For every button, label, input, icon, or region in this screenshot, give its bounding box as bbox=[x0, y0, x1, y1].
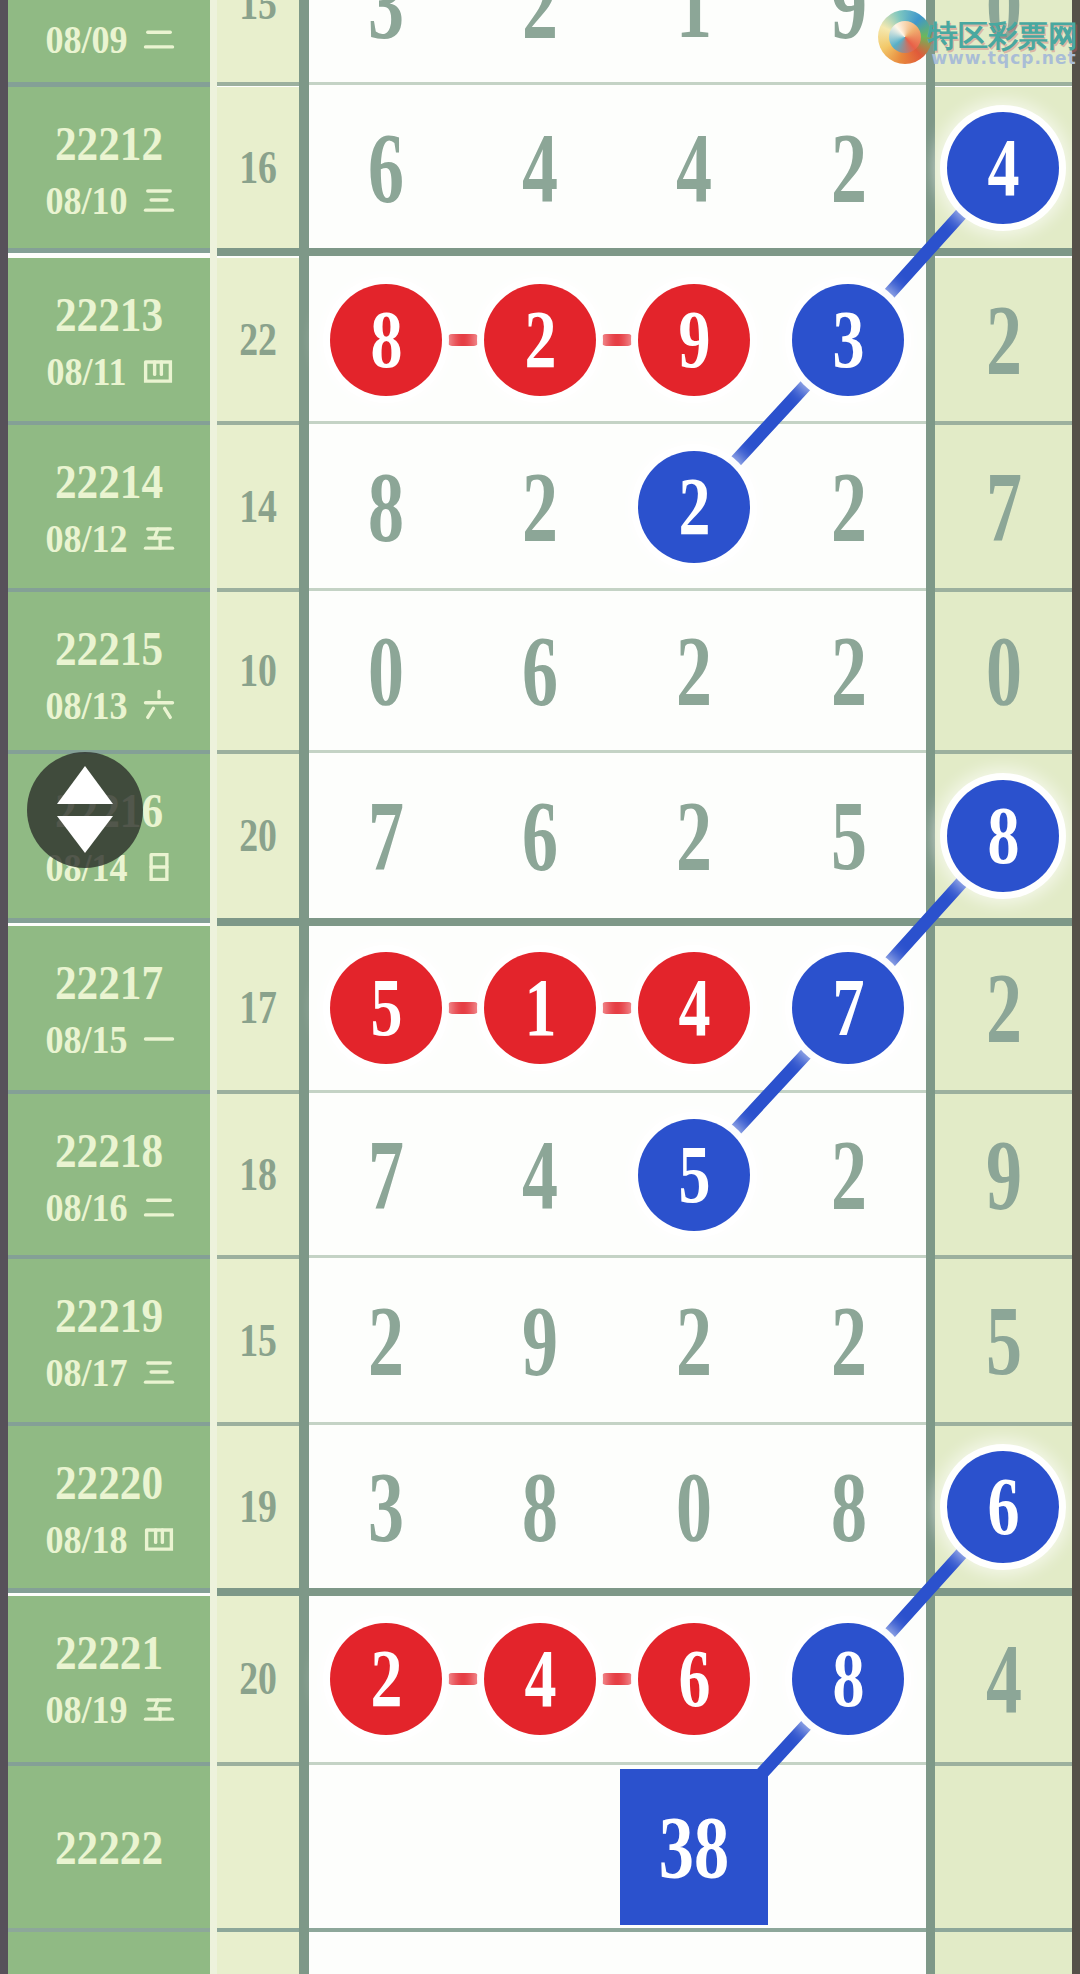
table-border-left bbox=[299, 0, 309, 1974]
brand-logo-swirl-icon bbox=[878, 10, 932, 64]
draw-number: 22219 bbox=[8, 1289, 210, 1341]
number-cell bbox=[463, 1932, 619, 1974]
sum-cell: 17 bbox=[217, 926, 299, 1090]
site-watermark: 特区彩票网 www.tqcp.net bbox=[870, 4, 1080, 74]
blue-circle: 8 bbox=[947, 780, 1059, 892]
draw-number: 22213 bbox=[8, 288, 210, 340]
number-cell: 3 bbox=[309, 0, 465, 82]
draw-number-text: 22220 bbox=[55, 1455, 163, 1510]
weekday-glyph-icon bbox=[141, 687, 177, 723]
draw-date-cell: 2221208/10 bbox=[8, 87, 210, 248]
red-circle: 5 bbox=[330, 952, 442, 1064]
draw-date: 08/19 bbox=[8, 1686, 210, 1732]
right-digit: 4 bbox=[986, 1629, 1022, 1729]
number-cell: 2 bbox=[617, 1259, 773, 1422]
number-cell: 4 bbox=[463, 87, 619, 248]
draw-date-text: 08/12 bbox=[45, 515, 127, 562]
cell-digit: 6 bbox=[522, 621, 558, 721]
sum-cell: 18 bbox=[217, 1094, 299, 1255]
circled-digit: 4 bbox=[678, 967, 710, 1049]
number-cell: 2 bbox=[463, 0, 619, 82]
right-value-cell: 0 bbox=[935, 592, 1072, 750]
cell-digit: 9 bbox=[831, 0, 867, 54]
number-cell bbox=[309, 1766, 465, 1928]
draw-number: 22222 bbox=[8, 1766, 210, 1928]
draw-date: 08/12 bbox=[8, 515, 210, 561]
sum-cell: 10 bbox=[217, 592, 299, 750]
draw-date-text: 08/15 bbox=[45, 1016, 127, 1063]
blue-circle: 2 bbox=[638, 451, 750, 563]
brand-url: www.tqcp.net bbox=[928, 48, 1080, 68]
right-value-cell: 2 bbox=[935, 258, 1072, 421]
row-border bbox=[309, 421, 926, 424]
number-cell bbox=[309, 1932, 465, 1974]
red-circle: 6 bbox=[638, 1623, 750, 1735]
cell-digit: 7 bbox=[368, 1125, 404, 1225]
group-border bbox=[217, 248, 1072, 256]
draw-number: 22214 bbox=[8, 455, 210, 507]
sum-value: 15 bbox=[239, 1318, 277, 1364]
weekday-glyph-icon bbox=[141, 21, 177, 57]
draw-number: 22218 bbox=[8, 1124, 210, 1176]
draw-date-text: 08/13 bbox=[45, 682, 127, 729]
sum-cell bbox=[217, 1766, 299, 1928]
draw-date-text: 08/11 bbox=[46, 348, 126, 395]
sum-value: 22 bbox=[239, 317, 277, 363]
right-value-cell: 7 bbox=[935, 425, 1072, 588]
up-down-arrows-icon bbox=[27, 752, 143, 868]
circled-digit: 4 bbox=[524, 1638, 556, 1720]
cell-digit: 8 bbox=[831, 1457, 867, 1557]
draw-number-text: 22212 bbox=[55, 116, 163, 171]
right-value-cell: 4 bbox=[935, 1596, 1072, 1762]
sum-cell: 22 bbox=[217, 258, 299, 421]
sum-cell: 15 bbox=[217, 0, 299, 82]
lottery-trend-chart: 08/0915321902221208/101664422221308/1122… bbox=[0, 0, 1080, 1974]
row-border bbox=[309, 1255, 926, 1258]
cell-digit: 3 bbox=[368, 0, 404, 54]
blue-circle: 5 bbox=[638, 1119, 750, 1231]
weekday-glyph-icon bbox=[141, 1521, 177, 1557]
number-cell: 7 bbox=[309, 1094, 465, 1255]
screen-edge-left bbox=[0, 0, 8, 1974]
row-border bbox=[309, 1090, 926, 1093]
circled-digit: 7 bbox=[832, 967, 864, 1049]
sum-cell: 19 bbox=[217, 1426, 299, 1588]
cell-digit: 0 bbox=[368, 621, 404, 721]
circled-digit: 6 bbox=[678, 1638, 710, 1720]
right-value-cell: 2 bbox=[935, 926, 1072, 1090]
number-cell: 7 bbox=[309, 754, 465, 918]
cell-digit: 2 bbox=[831, 118, 867, 218]
sum-value: 14 bbox=[239, 484, 277, 530]
draw-date: 08/15 bbox=[8, 1016, 210, 1062]
draw-date: 08/09 bbox=[8, 16, 210, 62]
right-value-cell: 9 bbox=[935, 1094, 1072, 1255]
cell-digit: 2 bbox=[831, 621, 867, 721]
row-border bbox=[309, 82, 926, 85]
red-circle: 8 bbox=[330, 284, 442, 396]
blue-circle: 6 bbox=[947, 1451, 1059, 1563]
draw-date-text: 08/19 bbox=[45, 1686, 127, 1733]
right-digit: 2 bbox=[986, 290, 1022, 390]
number-cell: 4 bbox=[617, 87, 773, 248]
red-circle: 9 bbox=[638, 284, 750, 396]
right-value-cell bbox=[935, 1766, 1072, 1928]
circled-digit: 2 bbox=[370, 1638, 402, 1720]
draw-date-text: 08/16 bbox=[45, 1184, 127, 1231]
weekday-glyph-icon bbox=[141, 1021, 177, 1057]
circled-digit: 4 bbox=[987, 127, 1019, 209]
draw-date: 08/10 bbox=[8, 177, 210, 223]
right-value-cell: 5 bbox=[935, 1259, 1072, 1422]
right-digit: 5 bbox=[986, 1291, 1022, 1391]
cell-digit: 2 bbox=[522, 457, 558, 557]
cell-digit: 2 bbox=[831, 457, 867, 557]
number-cell: 3 bbox=[309, 1426, 465, 1588]
draw-date: 08/13 bbox=[8, 682, 210, 728]
weekday-glyph-icon bbox=[141, 1691, 177, 1727]
red-dash bbox=[447, 1002, 479, 1014]
draw-date: 08/18 bbox=[8, 1516, 210, 1562]
draw-number-text: 22215 bbox=[55, 621, 163, 676]
number-cell: 4 bbox=[463, 1094, 619, 1255]
draw-date-cell: 2221708/15 bbox=[8, 926, 210, 1090]
sum-value: 10 bbox=[239, 648, 277, 694]
red-circle: 2 bbox=[330, 1623, 442, 1735]
sum-cell bbox=[217, 1932, 299, 1974]
draw-number-text: 22222 bbox=[55, 1820, 163, 1875]
number-cell: 6 bbox=[463, 754, 619, 918]
cell-digit: 4 bbox=[522, 1125, 558, 1225]
number-cell: 8 bbox=[309, 425, 465, 588]
draw-date: 08/17 bbox=[8, 1349, 210, 1395]
number-cell: 6 bbox=[463, 592, 619, 750]
cell-digit: 3 bbox=[368, 1457, 404, 1557]
draw-number-text: 22218 bbox=[55, 1123, 163, 1178]
circled-digit: 8 bbox=[832, 1638, 864, 1720]
draw-number-text: 22221 bbox=[55, 1625, 163, 1680]
cell-digit: 2 bbox=[676, 786, 712, 886]
sum-cell: 16 bbox=[217, 87, 299, 248]
draw-date-text: 08/10 bbox=[45, 177, 127, 224]
number-cell: 2 bbox=[771, 87, 926, 248]
draw-date-cell: 08/09 bbox=[8, 0, 210, 82]
circled-digit: 2 bbox=[678, 466, 710, 548]
number-cell: 2 bbox=[617, 754, 773, 918]
circled-digit: 8 bbox=[987, 795, 1019, 877]
draw-date-cell: 2221308/11 bbox=[8, 258, 210, 421]
number-cell: 0 bbox=[617, 1426, 773, 1588]
cell-digit: 2 bbox=[831, 1291, 867, 1391]
right-digit: 7 bbox=[986, 457, 1022, 557]
circled-digit: 2 bbox=[524, 299, 556, 381]
number-cell: 0 bbox=[309, 592, 465, 750]
red-circle: 1 bbox=[484, 952, 596, 1064]
number-cell bbox=[771, 1932, 926, 1974]
draw-number-text: 22214 bbox=[55, 454, 163, 509]
cell-digit: 6 bbox=[522, 786, 558, 886]
blue-circle: 3 bbox=[792, 284, 904, 396]
cell-digit: 8 bbox=[368, 457, 404, 557]
draw-date-text: 08/09 bbox=[45, 16, 127, 63]
next-draw-mark-value: 38 bbox=[659, 1797, 729, 1898]
draw-date-cell: 22222 bbox=[8, 1766, 210, 1928]
next-draw-mark: 38 bbox=[620, 1769, 768, 1925]
red-circle: 4 bbox=[638, 952, 750, 1064]
sum-cell: 14 bbox=[217, 425, 299, 588]
cell-digit: 8 bbox=[522, 1457, 558, 1557]
number-cell: 1 bbox=[617, 0, 773, 82]
number-cell: 2 bbox=[771, 1259, 926, 1422]
draw-date: 08/11 bbox=[8, 348, 210, 394]
group-border bbox=[217, 918, 1072, 926]
draw-date-cell: 2221908/17 bbox=[8, 1259, 210, 1422]
cell-digit: 5 bbox=[831, 786, 867, 886]
sum-cell: 20 bbox=[217, 1596, 299, 1762]
screen-edge-right bbox=[1072, 0, 1080, 1974]
sum-value: 17 bbox=[239, 985, 277, 1031]
row-border bbox=[309, 588, 926, 591]
draw-date-cell: 2221508/13 bbox=[8, 592, 210, 750]
draw-date-text: 08/17 bbox=[45, 1349, 127, 1396]
number-cell: 8 bbox=[771, 1426, 926, 1588]
sum-value: 18 bbox=[239, 1152, 277, 1198]
row-border bbox=[217, 82, 299, 86]
draw-number: 22212 bbox=[8, 117, 210, 169]
draw-date-cell: 2222108/19 bbox=[8, 1596, 210, 1762]
red-dash bbox=[601, 334, 633, 346]
draw-date-text: 08/18 bbox=[45, 1516, 127, 1563]
number-cell: 5 bbox=[771, 754, 926, 918]
sum-value: 20 bbox=[239, 813, 277, 859]
number-cell: 2 bbox=[771, 425, 926, 588]
draw-date-cell: 2221808/16 bbox=[8, 1094, 210, 1255]
cell-digit: 4 bbox=[522, 118, 558, 218]
weekday-glyph-icon bbox=[141, 849, 177, 885]
blue-circle: 8 bbox=[792, 1623, 904, 1735]
row-border bbox=[309, 750, 926, 753]
row-border bbox=[8, 918, 210, 923]
draw-date-cell: 2221408/12 bbox=[8, 425, 210, 588]
sum-value: 15 bbox=[239, 0, 277, 27]
draw-date-cell: 2222008/18 bbox=[8, 1426, 210, 1588]
number-cell bbox=[463, 1766, 619, 1928]
circled-digit: 1 bbox=[524, 967, 556, 1049]
draw-number: 22220 bbox=[8, 1456, 210, 1508]
draw-number-text: 22213 bbox=[55, 287, 163, 342]
red-circle: 4 bbox=[484, 1623, 596, 1735]
red-dash bbox=[601, 1002, 633, 1014]
red-dash bbox=[447, 334, 479, 346]
row-border bbox=[309, 1422, 926, 1425]
red-dash bbox=[447, 1673, 479, 1685]
weekday-glyph-icon bbox=[141, 1189, 177, 1225]
group-border bbox=[217, 1588, 1072, 1596]
circled-digit: 8 bbox=[370, 299, 402, 381]
number-cell: 2 bbox=[309, 1259, 465, 1422]
row-border bbox=[8, 1588, 210, 1593]
red-circle: 2 bbox=[484, 284, 596, 396]
number-cell bbox=[617, 1932, 773, 1974]
blue-circle: 4 bbox=[947, 112, 1059, 224]
draw-date-cell bbox=[8, 1932, 210, 1974]
number-cell bbox=[771, 1766, 926, 1928]
cell-digit: 1 bbox=[676, 0, 712, 54]
weekday-glyph-icon bbox=[141, 1354, 177, 1390]
weekday-glyph-icon bbox=[140, 353, 176, 389]
cell-digit: 9 bbox=[522, 1291, 558, 1391]
cell-digit: 7 bbox=[368, 786, 404, 886]
cell-digit: 2 bbox=[676, 1291, 712, 1391]
sum-value: 16 bbox=[239, 145, 277, 191]
weekday-glyph-icon bbox=[141, 520, 177, 556]
right-digit: 2 bbox=[986, 958, 1022, 1058]
row-border bbox=[935, 82, 1072, 86]
draw-date: 08/16 bbox=[8, 1184, 210, 1230]
red-dash bbox=[601, 1673, 633, 1685]
number-cell: 8 bbox=[463, 1426, 619, 1588]
number-cell: 2 bbox=[771, 592, 926, 750]
circled-digit: 9 bbox=[678, 299, 710, 381]
number-cell: 2 bbox=[463, 425, 619, 588]
scroll-toggle-button[interactable] bbox=[27, 752, 143, 868]
draw-number: 22217 bbox=[8, 956, 210, 1008]
table-border-right bbox=[926, 0, 935, 1974]
right-digit: 9 bbox=[986, 1125, 1022, 1225]
cell-digit: 0 bbox=[676, 1457, 712, 1557]
draw-number: 22215 bbox=[8, 622, 210, 674]
column-gap-strip bbox=[210, 0, 217, 1974]
cell-digit: 2 bbox=[368, 1291, 404, 1391]
weekday-glyph-icon bbox=[141, 182, 177, 218]
sum-value: 20 bbox=[239, 1656, 277, 1702]
draw-number: 22221 bbox=[8, 1626, 210, 1678]
draw-number-text: 22219 bbox=[55, 1288, 163, 1343]
cell-digit: 2 bbox=[676, 621, 712, 721]
sum-cell: 20 bbox=[217, 754, 299, 918]
circled-digit: 5 bbox=[370, 967, 402, 1049]
number-cell: 2 bbox=[617, 592, 773, 750]
sum-cell: 15 bbox=[217, 1259, 299, 1422]
circled-digit: 3 bbox=[832, 299, 864, 381]
number-cell: 2 bbox=[771, 1094, 926, 1255]
row-border bbox=[309, 1762, 926, 1765]
number-cell: 6 bbox=[309, 87, 465, 248]
cell-digit: 6 bbox=[368, 118, 404, 218]
cell-digit: 2 bbox=[831, 1125, 867, 1225]
sum-value: 19 bbox=[239, 1484, 277, 1530]
row-border bbox=[8, 248, 210, 253]
number-cell: 9 bbox=[463, 1259, 619, 1422]
draw-number-text: 22217 bbox=[55, 955, 163, 1010]
cell-digit: 4 bbox=[676, 118, 712, 218]
blue-circle: 7 bbox=[792, 952, 904, 1064]
circled-digit: 5 bbox=[678, 1134, 710, 1216]
right-value-cell bbox=[935, 1932, 1072, 1974]
circled-digit: 6 bbox=[987, 1466, 1019, 1548]
cell-digit: 2 bbox=[522, 0, 558, 54]
right-digit: 0 bbox=[986, 621, 1022, 721]
